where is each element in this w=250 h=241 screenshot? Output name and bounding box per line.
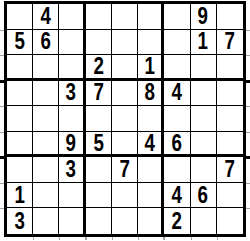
cell-r3c8[interactable] <box>191 55 217 81</box>
cell-r5c6[interactable] <box>138 106 164 132</box>
given-digit: 6 <box>41 30 51 55</box>
grid-tick <box>0 183 4 184</box>
cell-r9c1: 3 <box>7 208 33 234</box>
cell-r2c8: 1 <box>191 30 217 56</box>
given-digit: 5 <box>14 30 24 55</box>
grid-tick <box>246 156 250 159</box>
cell-r4c6: 8 <box>138 81 164 107</box>
cell-r6c5[interactable] <box>112 132 138 158</box>
cell-r1c3[interactable] <box>59 4 85 30</box>
cell-r5c7[interactable] <box>164 106 190 132</box>
given-digit: 4 <box>41 4 51 29</box>
cell-r8c9[interactable] <box>217 183 243 209</box>
grid-tick <box>217 237 218 240</box>
cell-r9c8[interactable] <box>191 208 217 234</box>
grid-tick <box>138 237 139 240</box>
cell-r4c5[interactable] <box>112 81 138 107</box>
given-digit: 7 <box>225 30 235 55</box>
cell-r8c5[interactable] <box>112 183 138 209</box>
cell-r4c2[interactable] <box>33 81 59 107</box>
cell-r3c5[interactable] <box>112 55 138 81</box>
grid-tick <box>246 30 250 31</box>
cell-r6c4: 5 <box>86 132 112 158</box>
grid-tick <box>0 106 4 107</box>
cell-r9c4[interactable] <box>86 208 112 234</box>
cell-r4c3: 3 <box>59 81 85 107</box>
cell-r1c2: 4 <box>33 4 59 30</box>
cell-r3c4: 2 <box>86 55 112 81</box>
cell-r3c1[interactable] <box>7 55 33 81</box>
grid-tick <box>85 237 87 240</box>
cell-r7c6[interactable] <box>138 157 164 183</box>
grid-tick <box>0 30 4 31</box>
given-digit: 7 <box>119 157 129 182</box>
cell-r1c9[interactable] <box>217 4 243 30</box>
grid-tick <box>0 156 4 159</box>
grid-tick <box>0 55 4 56</box>
cell-r9c3[interactable] <box>59 208 85 234</box>
grid-tick <box>246 106 250 107</box>
cell-r5c5[interactable] <box>112 106 138 132</box>
cell-r8c8: 6 <box>191 183 217 209</box>
cell-r8c1: 1 <box>7 183 33 209</box>
grid-tick <box>163 237 165 240</box>
sudoku-board: 495617213784954637714632 <box>4 1 246 237</box>
cell-r6c8[interactable] <box>191 132 217 158</box>
cell-r2c1: 5 <box>7 30 33 56</box>
cell-r8c4[interactable] <box>86 183 112 209</box>
cell-r5c2[interactable] <box>33 106 59 132</box>
cell-r5c8[interactable] <box>191 106 217 132</box>
cell-r1c6[interactable] <box>138 4 164 30</box>
cell-r6c2[interactable] <box>33 132 59 158</box>
grid-tick <box>59 237 60 240</box>
cell-r1c7[interactable] <box>164 4 190 30</box>
cell-r5c9[interactable] <box>217 106 243 132</box>
cell-r2c3[interactable] <box>59 30 85 56</box>
given-digit: 4 <box>145 132 155 156</box>
cell-r9c9 <box>217 208 243 234</box>
cell-r9c7: 2 <box>164 208 190 234</box>
given-digit: 1 <box>145 55 155 79</box>
given-digit: 7 <box>225 157 235 182</box>
cell-r3c7[interactable] <box>164 55 190 81</box>
given-digit: 8 <box>145 81 155 106</box>
grid-tick <box>246 55 250 56</box>
cell-r7c7[interactable] <box>164 157 190 183</box>
given-digit: 6 <box>172 132 182 156</box>
grid-tick <box>112 237 113 240</box>
cell-r4c4: 7 <box>86 81 112 107</box>
given-digit: 1 <box>14 183 24 208</box>
cell-r1c8: 9 <box>191 4 217 30</box>
cell-r2c9: 7 <box>217 30 243 56</box>
cell-r7c1[interactable] <box>7 157 33 183</box>
cell-r2c5[interactable] <box>112 30 138 56</box>
cell-r3c3[interactable] <box>59 55 85 81</box>
cell-r8c2[interactable] <box>33 183 59 209</box>
grid-tick <box>0 132 4 133</box>
cell-r6c1[interactable] <box>7 132 33 158</box>
given-digit: 9 <box>66 132 76 156</box>
cell-r4c9[interactable] <box>217 81 243 107</box>
cell-r7c3: 3 <box>59 157 85 183</box>
given-digit: 4 <box>172 183 182 208</box>
cell-r5c4[interactable] <box>86 106 112 132</box>
given-digit: 9 <box>198 4 208 29</box>
cell-r7c9: 7 <box>217 157 243 183</box>
given-digit: 7 <box>93 81 103 106</box>
cell-r2c4[interactable] <box>86 30 112 56</box>
cell-r9c2[interactable] <box>33 208 59 234</box>
grid-tick <box>0 208 4 209</box>
given-digit: 2 <box>93 55 103 79</box>
grid-tick <box>246 183 250 184</box>
given-digit: 6 <box>198 183 208 208</box>
given-digit: 5 <box>93 132 103 156</box>
cell-r2c2: 6 <box>33 30 59 56</box>
grid-tick <box>191 237 192 240</box>
cell-r7c5: 7 <box>112 157 138 183</box>
given-digit: 3 <box>66 157 76 182</box>
cell-r4c1[interactable] <box>7 81 33 107</box>
cell-r1c1[interactable] <box>7 4 33 30</box>
cell-r7c8[interactable] <box>191 157 217 183</box>
cell-r2c6[interactable] <box>138 30 164 56</box>
given-digit: 3 <box>66 81 76 106</box>
cell-r5c3[interactable] <box>59 106 85 132</box>
cell-r4c8[interactable] <box>191 81 217 107</box>
grid-tick <box>33 237 34 240</box>
given-digit: 3 <box>14 209 24 234</box>
cell-r6c3: 9 <box>59 132 85 158</box>
cell-r3c6: 1 <box>138 55 164 81</box>
cell-r9c5[interactable] <box>112 208 138 234</box>
cell-r2c7[interactable] <box>164 30 190 56</box>
given-digit: 2 <box>172 209 182 234</box>
cell-r1c5[interactable] <box>112 4 138 30</box>
grid-tick <box>246 80 250 83</box>
cell-r4c7: 4 <box>164 81 190 107</box>
given-digit: 4 <box>172 81 182 106</box>
cell-r8c6[interactable] <box>138 183 164 209</box>
grid-tick <box>246 208 250 209</box>
cell-r3c9[interactable] <box>217 55 243 81</box>
cell-r6c6: 4 <box>138 132 164 158</box>
grid-tick <box>246 132 250 133</box>
cell-r3c2[interactable] <box>33 55 59 81</box>
cell-r8c7: 4 <box>164 183 190 209</box>
cell-r1c4[interactable] <box>86 4 112 30</box>
cell-r9c6[interactable] <box>138 208 164 234</box>
cell-r8c3[interactable] <box>59 183 85 209</box>
sudoku-puzzle-image: 495617213784954637714632 <box>0 0 250 241</box>
grid-tick <box>0 80 4 83</box>
cell-r7c2[interactable] <box>33 157 59 183</box>
given-digit: 1 <box>198 30 208 55</box>
cell-r5c1[interactable] <box>7 106 33 132</box>
cell-r6c9[interactable] <box>217 132 243 158</box>
cell-r6c7: 6 <box>164 132 190 158</box>
cell-r7c4[interactable] <box>86 157 112 183</box>
